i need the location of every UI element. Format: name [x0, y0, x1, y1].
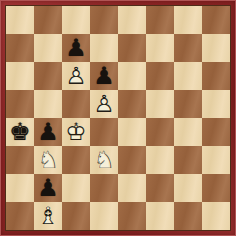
square-f3[interactable]: [146, 146, 174, 174]
square-d1[interactable]: [90, 202, 118, 230]
square-b8[interactable]: [34, 6, 62, 34]
square-g8[interactable]: [174, 6, 202, 34]
square-d5[interactable]: ♟♙: [90, 90, 118, 118]
square-c4[interactable]: ♚♔: [62, 118, 90, 146]
square-b3[interactable]: ♞♘: [34, 146, 62, 174]
board-frame: ♟♟♙♟♟♙♚♟♚♔♞♘♞♘♟♝♗: [0, 0, 236, 236]
square-b2[interactable]: ♟: [34, 174, 62, 202]
square-g6[interactable]: [174, 62, 202, 90]
piece-black-pawn-d6: ♟: [90, 62, 118, 90]
square-h6[interactable]: [202, 62, 230, 90]
square-f2[interactable]: [146, 174, 174, 202]
square-d7[interactable]: [90, 34, 118, 62]
square-a4[interactable]: ♚: [6, 118, 34, 146]
square-d2[interactable]: [90, 174, 118, 202]
square-b7[interactable]: [34, 34, 62, 62]
white-knight-outline-glyph: ♘: [90, 146, 118, 174]
square-a3[interactable]: [6, 146, 34, 174]
piece-white-pawn-d5: ♟♙: [90, 90, 118, 118]
square-c2[interactable]: [62, 174, 90, 202]
square-a7[interactable]: [6, 34, 34, 62]
white-bishop-outline-glyph: ♗: [34, 202, 62, 230]
square-d6[interactable]: ♟: [90, 62, 118, 90]
square-e7[interactable]: [118, 34, 146, 62]
square-d3[interactable]: ♞♘: [90, 146, 118, 174]
square-f4[interactable]: [146, 118, 174, 146]
square-e3[interactable]: [118, 146, 146, 174]
square-h5[interactable]: [202, 90, 230, 118]
square-b5[interactable]: [34, 90, 62, 118]
piece-white-pawn-c6: ♟♙: [62, 62, 90, 90]
square-e1[interactable]: [118, 202, 146, 230]
square-g7[interactable]: [174, 34, 202, 62]
square-a5[interactable]: [6, 90, 34, 118]
square-a8[interactable]: [6, 6, 34, 34]
square-c3[interactable]: [62, 146, 90, 174]
square-f7[interactable]: [146, 34, 174, 62]
square-f1[interactable]: [146, 202, 174, 230]
piece-black-pawn-b2: ♟: [34, 174, 62, 202]
square-h8[interactable]: [202, 6, 230, 34]
square-e5[interactable]: [118, 90, 146, 118]
square-b4[interactable]: ♟: [34, 118, 62, 146]
square-c5[interactable]: [62, 90, 90, 118]
square-h4[interactable]: [202, 118, 230, 146]
square-f6[interactable]: [146, 62, 174, 90]
square-a1[interactable]: [6, 202, 34, 230]
square-h2[interactable]: [202, 174, 230, 202]
square-b6[interactable]: [34, 62, 62, 90]
piece-black-pawn-c7: ♟: [62, 34, 90, 62]
square-h1[interactable]: [202, 202, 230, 230]
white-knight-outline-glyph: ♘: [34, 146, 62, 174]
piece-black-pawn-b4: ♟: [34, 118, 62, 146]
piece-white-king-c4: ♚♔: [62, 118, 90, 146]
square-e4[interactable]: [118, 118, 146, 146]
square-f8[interactable]: [146, 6, 174, 34]
square-e8[interactable]: [118, 6, 146, 34]
piece-black-king-a4: ♚: [6, 118, 34, 146]
square-c7[interactable]: ♟: [62, 34, 90, 62]
square-e6[interactable]: [118, 62, 146, 90]
piece-white-knight-d3: ♞♘: [90, 146, 118, 174]
square-d4[interactable]: [90, 118, 118, 146]
square-d8[interactable]: [90, 6, 118, 34]
square-f5[interactable]: [146, 90, 174, 118]
square-a2[interactable]: [6, 174, 34, 202]
square-g3[interactable]: [174, 146, 202, 174]
square-g2[interactable]: [174, 174, 202, 202]
square-g1[interactable]: [174, 202, 202, 230]
white-pawn-outline-glyph: ♙: [90, 90, 118, 118]
white-king-outline-glyph: ♔: [62, 118, 90, 146]
white-pawn-outline-glyph: ♙: [62, 62, 90, 90]
chess-board: ♟♟♙♟♟♙♚♟♚♔♞♘♞♘♟♝♗: [6, 6, 230, 230]
square-b1[interactable]: ♝♗: [34, 202, 62, 230]
square-e2[interactable]: [118, 174, 146, 202]
square-h7[interactable]: [202, 34, 230, 62]
square-c8[interactable]: [62, 6, 90, 34]
square-a6[interactable]: [6, 62, 34, 90]
square-g5[interactable]: [174, 90, 202, 118]
piece-white-knight-b3: ♞♘: [34, 146, 62, 174]
square-c6[interactable]: ♟♙: [62, 62, 90, 90]
square-c1[interactable]: [62, 202, 90, 230]
piece-white-bishop-b1: ♝♗: [34, 202, 62, 230]
square-g4[interactable]: [174, 118, 202, 146]
square-h3[interactable]: [202, 146, 230, 174]
